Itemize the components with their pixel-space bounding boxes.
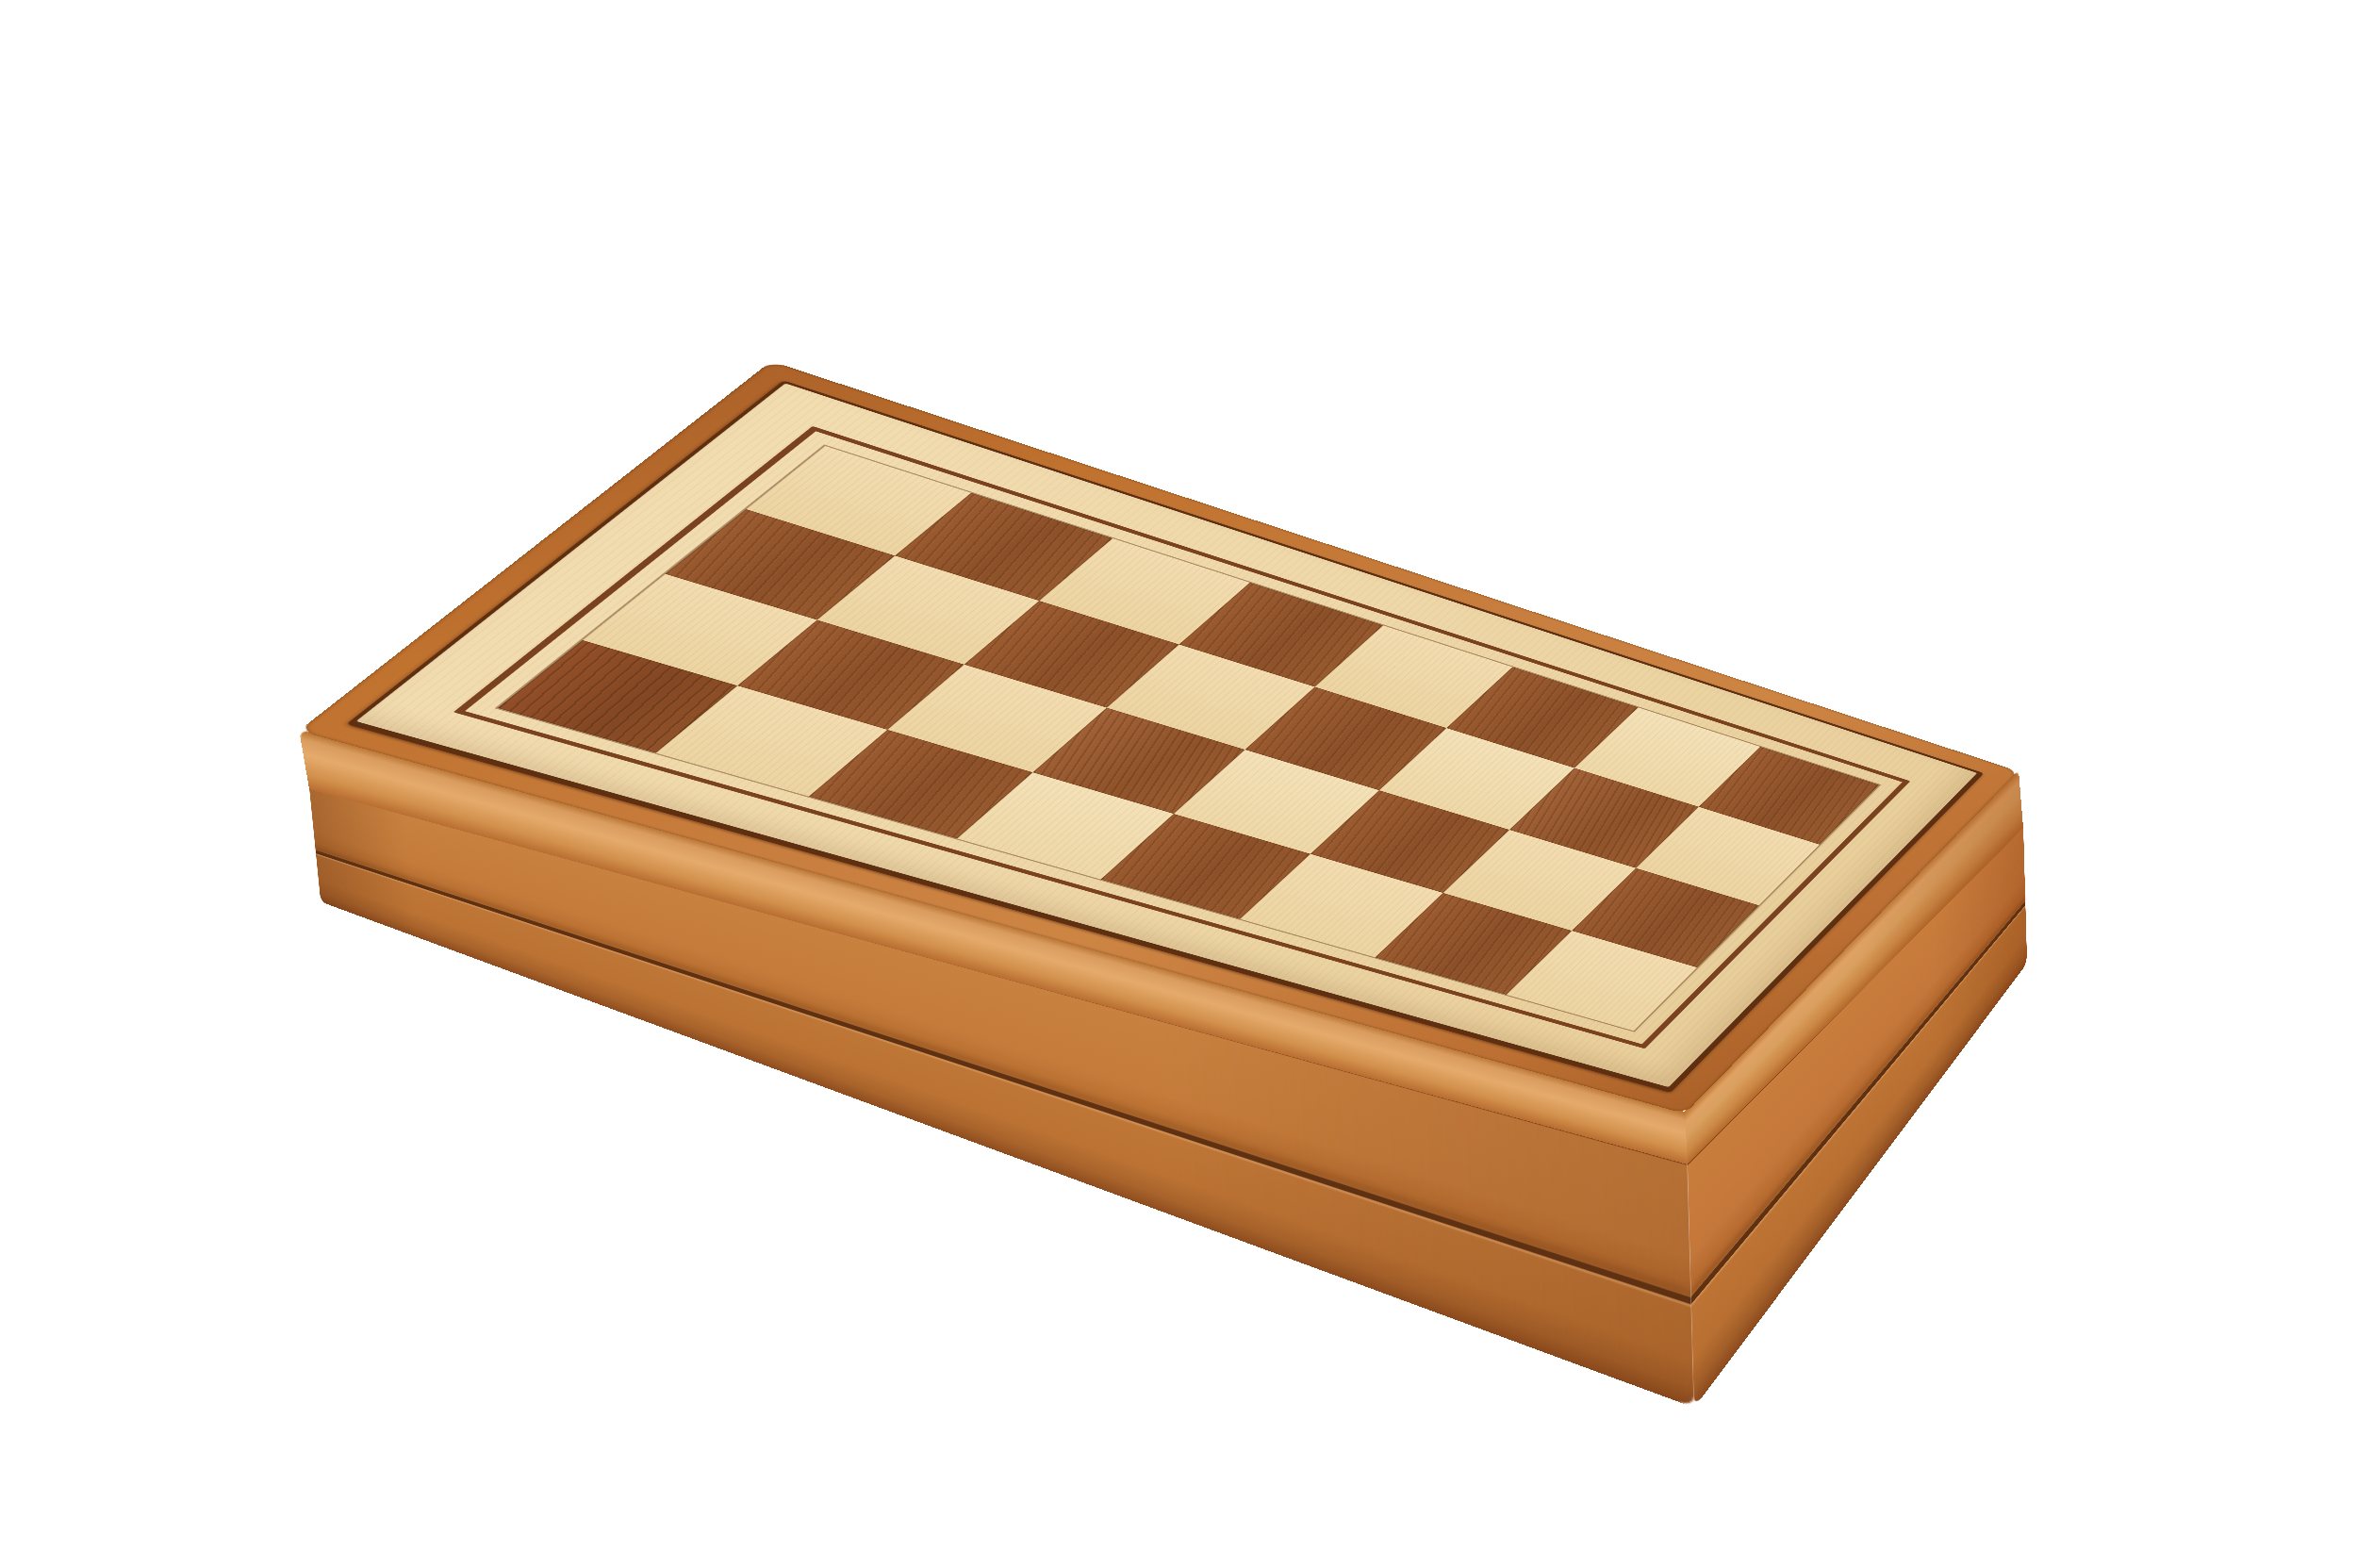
product-photo-stage [0,0,2357,1568]
